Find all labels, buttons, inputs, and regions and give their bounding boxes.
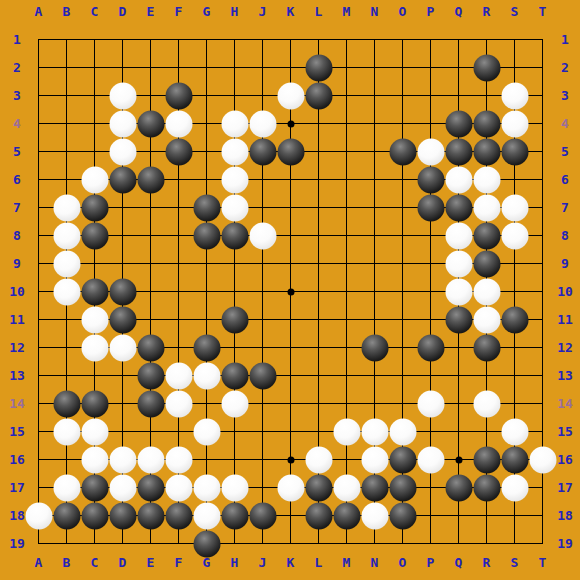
stone-white-J8[interactable] <box>249 222 276 249</box>
stone-white-G17[interactable] <box>193 474 220 501</box>
stone-white-D5[interactable] <box>109 138 136 165</box>
stone-white-H17[interactable] <box>221 474 248 501</box>
stone-black-R5[interactable] <box>473 138 500 165</box>
stone-black-E12[interactable] <box>137 334 164 361</box>
coord-top-L: L <box>315 5 323 19</box>
coord-right-18: 18 <box>557 509 573 523</box>
stone-black-F18[interactable] <box>165 502 192 529</box>
stone-white-D12[interactable] <box>109 334 136 361</box>
stone-white-H4[interactable] <box>221 110 248 137</box>
coord-right-3: 3 <box>561 89 569 103</box>
stone-black-B18[interactable] <box>53 502 80 529</box>
stone-black-L2[interactable] <box>305 54 332 81</box>
stone-black-P12[interactable] <box>417 334 444 361</box>
coord-top-T: T <box>539 5 547 19</box>
stone-white-Q6[interactable] <box>445 166 472 193</box>
coord-top-H: H <box>231 5 239 19</box>
stone-white-R7[interactable] <box>473 194 500 221</box>
stone-black-C8[interactable] <box>81 222 108 249</box>
stone-black-J13[interactable] <box>249 362 276 389</box>
coord-bottom-P: P <box>427 556 435 570</box>
stone-black-Q7[interactable] <box>445 194 472 221</box>
coord-right-1: 1 <box>561 33 569 47</box>
coord-right-2: 2 <box>561 61 569 75</box>
coord-left-9: 9 <box>13 257 21 271</box>
stone-black-O18[interactable] <box>389 502 416 529</box>
stone-white-S15[interactable] <box>501 418 528 445</box>
stone-white-O15[interactable] <box>389 418 416 445</box>
coord-right-11: 11 <box>557 313 573 327</box>
stone-black-O16[interactable] <box>389 446 416 473</box>
stone-black-Q17[interactable] <box>445 474 472 501</box>
coord-right-10: 10 <box>557 285 573 299</box>
stone-black-E4[interactable] <box>137 110 164 137</box>
coord-right-15: 15 <box>557 425 573 439</box>
coord-left-6: 6 <box>13 173 21 187</box>
stone-black-R12[interactable] <box>473 334 500 361</box>
coord-top-R: R <box>483 5 491 19</box>
grid-line-h-19 <box>38 543 543 544</box>
stone-black-E17[interactable] <box>137 474 164 501</box>
coord-left-1: 1 <box>13 33 21 47</box>
stone-black-G19[interactable] <box>193 530 220 557</box>
coord-right-6: 6 <box>561 173 569 187</box>
coord-right-8: 8 <box>561 229 569 243</box>
stone-black-G8[interactable] <box>193 222 220 249</box>
stone-white-M15[interactable] <box>333 418 360 445</box>
stone-white-F16[interactable] <box>165 446 192 473</box>
stone-black-D18[interactable] <box>109 502 136 529</box>
stone-black-R17[interactable] <box>473 474 500 501</box>
stone-white-N18[interactable] <box>361 502 388 529</box>
coord-left-14: 14 <box>9 397 25 411</box>
coord-top-S: S <box>511 5 519 19</box>
coord-bottom-H: H <box>231 556 239 570</box>
stone-black-J18[interactable] <box>249 502 276 529</box>
stone-white-D4[interactable] <box>109 110 136 137</box>
stone-black-E13[interactable] <box>137 362 164 389</box>
coord-top-D: D <box>119 5 127 19</box>
stone-black-Q11[interactable] <box>445 306 472 333</box>
stone-black-O5[interactable] <box>389 138 416 165</box>
star-point-K4 <box>287 120 294 127</box>
stone-white-N16[interactable] <box>361 446 388 473</box>
coord-right-9: 9 <box>561 257 569 271</box>
stone-white-H5[interactable] <box>221 138 248 165</box>
stone-white-J4[interactable] <box>249 110 276 137</box>
stone-white-N15[interactable] <box>361 418 388 445</box>
stone-white-S17[interactable] <box>501 474 528 501</box>
coord-bottom-O: O <box>399 556 407 570</box>
coord-left-8: 8 <box>13 229 21 243</box>
stone-black-N17[interactable] <box>361 474 388 501</box>
grid-line-v-M <box>346 39 347 544</box>
stone-black-N12[interactable] <box>361 334 388 361</box>
stone-white-B8[interactable] <box>53 222 80 249</box>
coord-top-B: B <box>63 5 71 19</box>
stone-white-P16[interactable] <box>417 446 444 473</box>
stone-white-Q9[interactable] <box>445 250 472 277</box>
stone-black-C10[interactable] <box>81 278 108 305</box>
coord-top-Q: Q <box>455 5 463 19</box>
coord-left-18: 18 <box>9 509 25 523</box>
stone-black-B14[interactable] <box>53 390 80 417</box>
stone-black-R4[interactable] <box>473 110 500 137</box>
stone-black-R2[interactable] <box>473 54 500 81</box>
coord-left-12: 12 <box>9 341 25 355</box>
stone-black-D6[interactable] <box>109 166 136 193</box>
stone-white-P14[interactable] <box>417 390 444 417</box>
grid-line-h-13 <box>38 375 543 376</box>
coord-bottom-F: F <box>175 556 183 570</box>
stone-white-G15[interactable] <box>193 418 220 445</box>
grid-line-h-14 <box>38 403 543 404</box>
coord-left-10: 10 <box>9 285 25 299</box>
coord-top-K: K <box>287 5 295 19</box>
stone-white-Q8[interactable] <box>445 222 472 249</box>
coord-left-4: 4 <box>13 117 21 131</box>
coord-bottom-R: R <box>483 556 491 570</box>
coord-top-M: M <box>343 5 351 19</box>
coord-top-C: C <box>91 5 99 19</box>
coord-bottom-L: L <box>315 556 323 570</box>
stone-black-H18[interactable] <box>221 502 248 529</box>
stone-white-R11[interactable] <box>473 306 500 333</box>
coord-left-17: 17 <box>9 481 25 495</box>
stone-white-G13[interactable] <box>193 362 220 389</box>
stone-white-D17[interactable] <box>109 474 136 501</box>
stone-black-C14[interactable] <box>81 390 108 417</box>
stone-white-R10[interactable] <box>473 278 500 305</box>
coord-right-14: 14 <box>557 397 573 411</box>
stone-black-E14[interactable] <box>137 390 164 417</box>
stone-black-L18[interactable] <box>305 502 332 529</box>
coord-right-13: 13 <box>557 369 573 383</box>
coord-left-19: 19 <box>9 537 25 551</box>
stone-black-L3[interactable] <box>305 82 332 109</box>
stone-black-H13[interactable] <box>221 362 248 389</box>
stone-white-H14[interactable] <box>221 390 248 417</box>
stone-white-B17[interactable] <box>53 474 80 501</box>
coord-right-12: 12 <box>557 341 573 355</box>
coord-top-P: P <box>427 5 435 19</box>
coord-left-16: 16 <box>9 453 25 467</box>
coord-left-5: 5 <box>13 145 21 159</box>
coord-bottom-T: T <box>539 556 547 570</box>
stone-black-C18[interactable] <box>81 502 108 529</box>
stone-black-J5[interactable] <box>249 138 276 165</box>
stone-white-P5[interactable] <box>417 138 444 165</box>
stone-black-H11[interactable] <box>221 306 248 333</box>
stone-white-C16[interactable] <box>81 446 108 473</box>
stone-white-S8[interactable] <box>501 222 528 249</box>
stone-white-M17[interactable] <box>333 474 360 501</box>
stone-white-S7[interactable] <box>501 194 528 221</box>
coord-left-7: 7 <box>13 201 21 215</box>
coord-bottom-E: E <box>147 556 155 570</box>
stone-white-C6[interactable] <box>81 166 108 193</box>
coord-right-16: 16 <box>557 453 573 467</box>
stone-white-F14[interactable] <box>165 390 192 417</box>
stone-black-H8[interactable] <box>221 222 248 249</box>
stone-white-R6[interactable] <box>473 166 500 193</box>
stone-white-B15[interactable] <box>53 418 80 445</box>
coord-top-J: J <box>259 5 267 19</box>
coord-top-F: F <box>175 5 183 19</box>
stone-white-B9[interactable] <box>53 250 80 277</box>
stone-black-C7[interactable] <box>81 194 108 221</box>
coord-left-3: 3 <box>13 89 21 103</box>
stone-white-T16[interactable] <box>529 446 556 473</box>
stone-black-R16[interactable] <box>473 446 500 473</box>
coord-top-G: G <box>203 5 211 19</box>
star-point-K16 <box>287 456 294 463</box>
stone-white-C15[interactable] <box>81 418 108 445</box>
coord-bottom-Q: Q <box>455 556 463 570</box>
coord-bottom-S: S <box>511 556 519 570</box>
stone-black-Q4[interactable] <box>445 110 472 137</box>
stone-black-S5[interactable] <box>501 138 528 165</box>
stone-white-C12[interactable] <box>81 334 108 361</box>
coord-top-N: N <box>371 5 379 19</box>
stone-white-B10[interactable] <box>53 278 80 305</box>
stone-white-D16[interactable] <box>109 446 136 473</box>
star-point-Q16 <box>455 456 462 463</box>
stone-black-P6[interactable] <box>417 166 444 193</box>
coord-bottom-G: G <box>203 556 211 570</box>
stone-black-K5[interactable] <box>277 138 304 165</box>
stone-black-S16[interactable] <box>501 446 528 473</box>
coord-bottom-B: B <box>63 556 71 570</box>
stone-white-H7[interactable] <box>221 194 248 221</box>
stone-black-R8[interactable] <box>473 222 500 249</box>
stone-black-P7[interactable] <box>417 194 444 221</box>
stone-white-A18[interactable] <box>25 502 52 529</box>
coord-bottom-C: C <box>91 556 99 570</box>
stone-black-O17[interactable] <box>389 474 416 501</box>
coord-bottom-M: M <box>343 556 351 570</box>
stone-black-G12[interactable] <box>193 334 220 361</box>
stone-black-E18[interactable] <box>137 502 164 529</box>
coord-left-2: 2 <box>13 61 21 75</box>
stone-white-H6[interactable] <box>221 166 248 193</box>
stone-white-K3[interactable] <box>277 82 304 109</box>
coord-right-17: 17 <box>557 481 573 495</box>
stone-white-Q10[interactable] <box>445 278 472 305</box>
stone-white-K17[interactable] <box>277 474 304 501</box>
coord-top-O: O <box>399 5 407 19</box>
coord-bottom-D: D <box>119 556 127 570</box>
stone-white-L16[interactable] <box>305 446 332 473</box>
stone-white-F13[interactable] <box>165 362 192 389</box>
stone-white-S3[interactable] <box>501 82 528 109</box>
coord-bottom-N: N <box>371 556 379 570</box>
coord-bottom-J: J <box>259 556 267 570</box>
stone-white-F4[interactable] <box>165 110 192 137</box>
stone-white-F17[interactable] <box>165 474 192 501</box>
coord-right-7: 7 <box>561 201 569 215</box>
coord-left-13: 13 <box>9 369 25 383</box>
stone-black-Q5[interactable] <box>445 138 472 165</box>
coord-bottom-A: A <box>35 556 43 570</box>
stone-white-R14[interactable] <box>473 390 500 417</box>
coord-right-4: 4 <box>561 117 569 131</box>
stone-black-F3[interactable] <box>165 82 192 109</box>
stone-black-D10[interactable] <box>109 278 136 305</box>
stone-white-E16[interactable] <box>137 446 164 473</box>
coord-top-E: E <box>147 5 155 19</box>
stone-white-B7[interactable] <box>53 194 80 221</box>
stone-black-M18[interactable] <box>333 502 360 529</box>
stone-black-E6[interactable] <box>137 166 164 193</box>
coord-bottom-K: K <box>287 556 295 570</box>
coord-left-11: 11 <box>9 313 25 327</box>
stone-white-C11[interactable] <box>81 306 108 333</box>
star-point-K10 <box>287 288 294 295</box>
go-board[interactable]: AA11BB22CC33DD44EE55FF66GG77HH88JJ99KK10… <box>0 0 580 580</box>
grid-line-h-15 <box>38 431 543 432</box>
stone-black-C17[interactable] <box>81 474 108 501</box>
coord-right-19: 19 <box>557 537 573 551</box>
stone-black-L17[interactable] <box>305 474 332 501</box>
stone-black-F5[interactable] <box>165 138 192 165</box>
coord-left-15: 15 <box>9 425 25 439</box>
stone-black-S11[interactable] <box>501 306 528 333</box>
coord-top-A: A <box>35 5 43 19</box>
stone-white-D3[interactable] <box>109 82 136 109</box>
stone-black-D11[interactable] <box>109 306 136 333</box>
coord-right-5: 5 <box>561 145 569 159</box>
stone-black-G7[interactable] <box>193 194 220 221</box>
stone-white-S4[interactable] <box>501 110 528 137</box>
stone-white-G18[interactable] <box>193 502 220 529</box>
stone-black-R9[interactable] <box>473 250 500 277</box>
